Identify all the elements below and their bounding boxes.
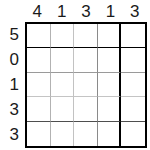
cell-r5c2[interactable] [51,122,75,146]
cell-r2c2[interactable] [51,48,75,72]
column-clue-1: 4 [25,3,49,21]
cell-r3c4[interactable] [98,73,122,97]
cell-r1c5[interactable] [121,24,145,48]
cell-r1c3[interactable] [74,24,98,48]
column-clue-4: 1 [98,3,122,21]
cell-r5c1[interactable] [27,122,51,146]
row-clues: 5 0 1 3 3 [0,22,19,148]
cell-r2c1[interactable] [27,48,51,72]
cell-r5c3[interactable] [74,122,98,146]
cell-r2c5[interactable] [121,48,145,72]
cell-r1c2[interactable] [51,24,75,48]
cell-r2c4[interactable] [98,48,122,72]
row-clue-1: 5 [0,22,19,47]
cell-r4c3[interactable] [74,97,98,121]
cell-r5c5[interactable] [121,122,145,146]
column-clues: 4 1 3 1 3 [25,3,147,21]
row-clue-3: 1 [0,72,19,97]
cell-r4c4[interactable] [98,97,122,121]
row-clue-2: 0 [0,47,19,72]
cell-r1c4[interactable] [98,24,122,48]
column-clue-2: 1 [49,3,73,21]
cell-r4c2[interactable] [51,97,75,121]
cell-r2c3[interactable] [74,48,98,72]
cell-r4c1[interactable] [27,97,51,121]
cell-r4c5[interactable] [121,97,145,121]
cell-r3c2[interactable] [51,73,75,97]
cell-r3c5[interactable] [121,73,145,97]
cell-r1c1[interactable] [27,24,51,48]
cell-r5c4[interactable] [98,122,122,146]
cell-r3c3[interactable] [74,73,98,97]
puzzle-grid [25,22,147,148]
puzzle-page: 4 1 3 1 3 5 0 1 3 3 [0,0,150,150]
row-clue-4: 3 [0,98,19,123]
column-clue-3: 3 [74,3,98,21]
row-clue-5: 3 [0,123,19,148]
column-clue-5: 3 [123,3,147,21]
cell-r3c1[interactable] [27,73,51,97]
